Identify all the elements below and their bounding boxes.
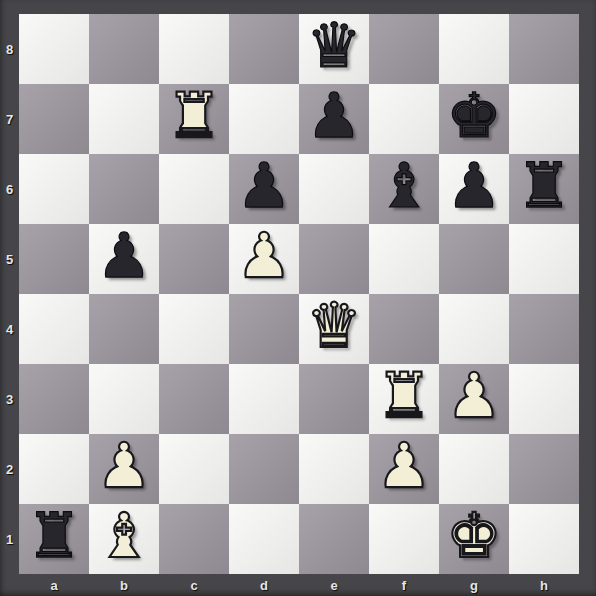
square-g3[interactable]: ♟ (439, 364, 509, 434)
square-h2[interactable] (509, 434, 579, 504)
square-f1[interactable] (369, 504, 439, 574)
rank-label-7: 7 (0, 84, 19, 154)
chess-board-frame: 87654321 ♛♜♟♚♟♝♟♜♟♟♛♜♟♟♟♜♝♚ abcdefgh (0, 0, 596, 596)
square-g1[interactable]: ♚ (439, 504, 509, 574)
rank-label-8: 8 (0, 14, 19, 84)
piece-black-pawn[interactable]: ♟ (446, 155, 502, 217)
square-e6[interactable] (299, 154, 369, 224)
rank-label-6: 6 (0, 154, 19, 224)
square-d1[interactable] (229, 504, 299, 574)
square-h5[interactable] (509, 224, 579, 294)
file-label-f: f (369, 574, 439, 596)
square-b6[interactable] (89, 154, 159, 224)
square-e4[interactable]: ♛ (299, 294, 369, 364)
square-b2[interactable]: ♟ (89, 434, 159, 504)
file-label-c: c (159, 574, 229, 596)
piece-white-pawn[interactable]: ♟ (96, 435, 152, 497)
piece-white-rook[interactable]: ♜ (166, 85, 222, 147)
square-f2[interactable]: ♟ (369, 434, 439, 504)
square-c1[interactable] (159, 504, 229, 574)
file-label-e: e (299, 574, 369, 596)
square-c4[interactable] (159, 294, 229, 364)
rank-label-2: 2 (0, 434, 19, 504)
square-b4[interactable] (89, 294, 159, 364)
piece-black-bishop[interactable]: ♝ (376, 155, 432, 217)
piece-white-rook[interactable]: ♜ (376, 365, 432, 427)
square-g4[interactable] (439, 294, 509, 364)
piece-white-queen[interactable]: ♛ (306, 295, 362, 357)
piece-white-king[interactable]: ♚ (446, 505, 502, 567)
square-b3[interactable] (89, 364, 159, 434)
piece-white-pawn[interactable]: ♟ (376, 435, 432, 497)
square-h7[interactable] (509, 84, 579, 154)
piece-white-bishop[interactable]: ♝ (96, 505, 152, 567)
square-f8[interactable] (369, 14, 439, 84)
square-d4[interactable] (229, 294, 299, 364)
square-b7[interactable] (89, 84, 159, 154)
square-d7[interactable] (229, 84, 299, 154)
rank-labels: 87654321 (0, 14, 19, 574)
square-a3[interactable] (19, 364, 89, 434)
square-a4[interactable] (19, 294, 89, 364)
square-d5[interactable]: ♟ (229, 224, 299, 294)
square-b5[interactable]: ♟ (89, 224, 159, 294)
square-d2[interactable] (229, 434, 299, 504)
piece-black-pawn[interactable]: ♟ (96, 225, 152, 287)
rank-label-4: 4 (0, 294, 19, 364)
square-c7[interactable]: ♜ (159, 84, 229, 154)
file-label-h: h (509, 574, 579, 596)
square-b8[interactable] (89, 14, 159, 84)
square-a8[interactable] (19, 14, 89, 84)
square-a5[interactable] (19, 224, 89, 294)
square-c8[interactable] (159, 14, 229, 84)
square-g8[interactable] (439, 14, 509, 84)
square-c3[interactable] (159, 364, 229, 434)
rank-label-1: 1 (0, 504, 19, 574)
square-h6[interactable]: ♜ (509, 154, 579, 224)
square-c6[interactable] (159, 154, 229, 224)
rank-label-3: 3 (0, 364, 19, 434)
square-e3[interactable] (299, 364, 369, 434)
file-labels: abcdefgh (19, 574, 579, 596)
square-f7[interactable] (369, 84, 439, 154)
piece-black-queen[interactable]: ♛ (306, 15, 362, 77)
square-a7[interactable] (19, 84, 89, 154)
square-a1[interactable]: ♜ (19, 504, 89, 574)
square-f5[interactable] (369, 224, 439, 294)
square-d6[interactable]: ♟ (229, 154, 299, 224)
square-g2[interactable] (439, 434, 509, 504)
file-label-g: g (439, 574, 509, 596)
square-g6[interactable]: ♟ (439, 154, 509, 224)
rank-label-5: 5 (0, 224, 19, 294)
square-d8[interactable] (229, 14, 299, 84)
square-f6[interactable]: ♝ (369, 154, 439, 224)
square-h1[interactable] (509, 504, 579, 574)
piece-black-king[interactable]: ♚ (446, 85, 502, 147)
square-a6[interactable] (19, 154, 89, 224)
file-label-d: d (229, 574, 299, 596)
square-g7[interactable]: ♚ (439, 84, 509, 154)
square-a2[interactable] (19, 434, 89, 504)
square-g5[interactable] (439, 224, 509, 294)
square-c5[interactable] (159, 224, 229, 294)
chess-board: ♛♜♟♚♟♝♟♜♟♟♛♜♟♟♟♜♝♚ (19, 14, 579, 574)
file-label-a: a (19, 574, 89, 596)
square-e2[interactable] (299, 434, 369, 504)
square-h4[interactable] (509, 294, 579, 364)
square-e1[interactable] (299, 504, 369, 574)
piece-black-rook[interactable]: ♜ (516, 155, 572, 217)
square-h8[interactable] (509, 14, 579, 84)
file-label-b: b (89, 574, 159, 596)
piece-black-rook[interactable]: ♜ (26, 505, 82, 567)
square-b1[interactable]: ♝ (89, 504, 159, 574)
square-e5[interactable] (299, 224, 369, 294)
square-c2[interactable] (159, 434, 229, 504)
piece-black-pawn[interactable]: ♟ (306, 85, 362, 147)
square-f4[interactable] (369, 294, 439, 364)
square-h3[interactable] (509, 364, 579, 434)
piece-black-pawn[interactable]: ♟ (236, 155, 292, 217)
square-d3[interactable] (229, 364, 299, 434)
square-f3[interactable]: ♜ (369, 364, 439, 434)
square-e8[interactable]: ♛ (299, 14, 369, 84)
piece-white-pawn[interactable]: ♟ (446, 365, 502, 427)
square-e7[interactable]: ♟ (299, 84, 369, 154)
piece-white-pawn[interactable]: ♟ (236, 225, 292, 287)
